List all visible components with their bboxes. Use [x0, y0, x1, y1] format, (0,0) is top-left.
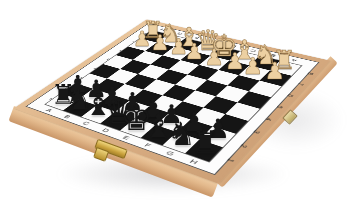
photo-stage: ABCDEFGH ABCDEFGH 12345678 12345678 ♜♞♝♛… [0, 0, 360, 209]
board-scene: ABCDEFGH ABCDEFGH 12345678 12345678 [0, 0, 360, 209]
chess-board: ABCDEFGH ABCDEFGH 12345678 12345678 [14, 19, 330, 183]
board-panel: ABCDEFGH ABCDEFGH 12345678 12345678 [26, 23, 320, 175]
